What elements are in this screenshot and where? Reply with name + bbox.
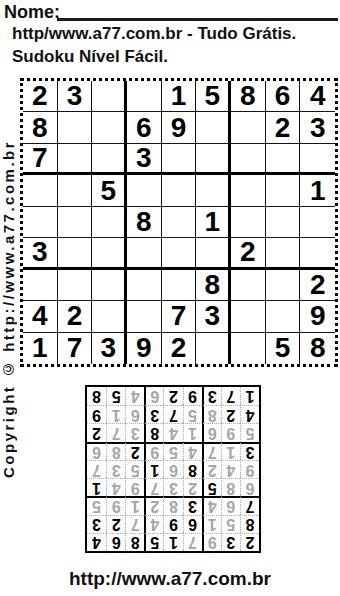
- cell-r3c6[interactable]: [196, 144, 231, 175]
- cell-r1c3[interactable]: [92, 81, 127, 112]
- solution-cell-r9c4: 9: [183, 387, 202, 405]
- solution-cell-r1c5: 1: [163, 533, 182, 551]
- cell-r2c6[interactable]: [196, 112, 231, 143]
- solution-cell-r8c7: 6: [125, 405, 144, 423]
- solution-cell-r3c9: 5: [87, 496, 106, 514]
- solution-cell-r4c6: 7: [144, 478, 163, 496]
- solution-cell-r1c2: 3: [221, 533, 240, 551]
- cell-r4c3: 5: [92, 175, 127, 206]
- cell-r4c8[interactable]: [266, 175, 301, 206]
- solution-cell-r9c8: 5: [106, 387, 125, 405]
- solution-cell-r1c7: 8: [125, 533, 144, 551]
- solution-cell-r5c2: 4: [221, 460, 240, 478]
- solution-cell-r5c9: 7: [87, 460, 106, 478]
- solution-cell-r7c2: 9: [221, 423, 240, 441]
- cell-r5c1[interactable]: [23, 207, 58, 238]
- solution-cell-r8c3: 8: [202, 405, 221, 423]
- solution-cell-r2c5: 9: [163, 515, 182, 533]
- solution-cell-r2c8: 2: [106, 515, 125, 533]
- cell-r5c3[interactable]: [92, 207, 127, 238]
- cell-r9c9: 8: [300, 333, 335, 364]
- solution-cell-r2c2: 5: [221, 515, 240, 533]
- footer-url: http://www.a77.com.br: [0, 568, 340, 590]
- solution-cell-r4c7: 9: [125, 478, 144, 496]
- cell-r4c6[interactable]: [196, 175, 231, 206]
- cell-r1c5: 1: [162, 81, 197, 112]
- solution-cell-r2c3: 1: [202, 515, 221, 533]
- cell-r2c9: 3: [300, 112, 335, 143]
- solution-cell-r1c6: 5: [144, 533, 163, 551]
- cell-r7c2[interactable]: [58, 270, 93, 301]
- cell-r7c1[interactable]: [23, 270, 58, 301]
- cell-r9c4: 9: [127, 333, 162, 364]
- solution-cell-r8c8: 1: [106, 405, 125, 423]
- solution-cell-r7c1: 5: [240, 423, 259, 441]
- solution-cell-r7c6: 8: [144, 423, 163, 441]
- cell-r5c2[interactable]: [58, 207, 93, 238]
- solution-cell-r2c6: 4: [144, 515, 163, 533]
- solution-cell-r5c6: 1: [144, 460, 163, 478]
- solution-cell-r8c2: 2: [221, 405, 240, 423]
- solution-cell-r6c7: 2: [125, 442, 144, 460]
- cell-r2c4: 6: [127, 112, 162, 143]
- cell-r7c7[interactable]: [231, 270, 266, 301]
- solution-cell-r3c3: 4: [202, 496, 221, 514]
- cell-r2c1: 8: [23, 112, 58, 143]
- solution-cell-r6c5: 5: [163, 442, 182, 460]
- site-title: http/www.a77.com.br - Tudo Grátis.: [12, 24, 296, 44]
- solution-cell-r6c9: 6: [87, 442, 106, 460]
- sudoku-solution-board-upside-down: 2397158648516947237643821956852379419428…: [85, 385, 261, 553]
- cell-r8c2: 2: [58, 301, 93, 332]
- solution-cell-r3c6: 2: [144, 496, 163, 514]
- cell-r9c8: 5: [266, 333, 301, 364]
- cell-r1c8: 6: [266, 81, 301, 112]
- solution-cell-r7c3: 6: [202, 423, 221, 441]
- solution-cell-r9c9: 8: [87, 387, 106, 405]
- cell-r8c7[interactable]: [231, 301, 266, 332]
- cell-r7c8[interactable]: [266, 270, 301, 301]
- cell-r9c3: 3: [92, 333, 127, 364]
- cell-r5c5[interactable]: [162, 207, 197, 238]
- solution-cell-r3c1: 7: [240, 496, 259, 514]
- solution-cell-r5c7: 5: [125, 460, 144, 478]
- cell-r5c6: 1: [196, 207, 231, 238]
- solution-cell-r6c2: 1: [221, 442, 240, 460]
- cell-r5c8[interactable]: [266, 207, 301, 238]
- solution-cell-r4c9: 1: [87, 478, 106, 496]
- cell-r8c3[interactable]: [92, 301, 127, 332]
- solution-cell-r2c9: 3: [87, 515, 106, 533]
- solution-cell-r1c8: 6: [106, 533, 125, 551]
- cell-r4c9: 1: [300, 175, 335, 206]
- cell-r2c7[interactable]: [231, 112, 266, 143]
- cell-r2c8: 2: [266, 112, 301, 143]
- solution-cell-r9c3: 3: [202, 387, 221, 405]
- cell-r4c4[interactable]: [127, 175, 162, 206]
- solution-cell-r4c5: 3: [163, 478, 182, 496]
- cell-r3c1: 7: [23, 144, 58, 175]
- cell-r7c4[interactable]: [127, 270, 162, 301]
- cell-r7c3[interactable]: [92, 270, 127, 301]
- solution-cell-r4c2: 8: [221, 478, 240, 496]
- solution-cell-r9c6: 6: [144, 387, 163, 405]
- solution-cell-r5c5: 6: [163, 460, 182, 478]
- solution-cell-r9c7: 4: [125, 387, 144, 405]
- cell-r6c8[interactable]: [266, 238, 301, 269]
- cell-r6c2[interactable]: [58, 238, 93, 269]
- solution-cell-r9c1: 1: [240, 387, 259, 405]
- solution-cell-r7c4: 1: [183, 423, 202, 441]
- solution-cell-r2c4: 6: [183, 515, 202, 533]
- solution-cell-r3c7: 1: [125, 496, 144, 514]
- solution-cell-r5c3: 2: [202, 460, 221, 478]
- solution-cell-r5c4: 8: [183, 460, 202, 478]
- cell-r3c5[interactable]: [162, 144, 197, 175]
- cell-r6c7: 2: [231, 238, 266, 269]
- cell-r5c4: 8: [127, 207, 162, 238]
- cell-r6c3[interactable]: [92, 238, 127, 269]
- cell-r6c5[interactable]: [162, 238, 197, 269]
- cell-r6c9[interactable]: [300, 238, 335, 269]
- cell-r9c1: 1: [23, 333, 58, 364]
- cell-r9c6[interactable]: [196, 333, 231, 364]
- name-underline-blank: [57, 18, 338, 21]
- solution-cell-r6c4: 4: [183, 442, 202, 460]
- cell-r5c9[interactable]: [300, 207, 335, 238]
- puzzle-difficulty-title: Sudoku Nível Fácil.: [12, 47, 168, 67]
- solution-cell-r9c2: 7: [221, 387, 240, 405]
- cell-r6c4[interactable]: [127, 238, 162, 269]
- solution-cell-r1c4: 7: [183, 533, 202, 551]
- cell-r1c1: 2: [23, 81, 58, 112]
- solution-cell-r5c1: 9: [240, 460, 259, 478]
- printable-sudoku-page: { "game": "sudoku", "position": { "puzzl…: [0, 0, 340, 596]
- cell-r9c2: 7: [58, 333, 93, 364]
- solution-cell-r3c5: 8: [163, 496, 182, 514]
- solution-cell-r3c8: 9: [106, 496, 125, 514]
- cell-r3c8[interactable]: [266, 144, 301, 175]
- cell-r7c9: 2: [300, 270, 335, 301]
- cell-r3c9[interactable]: [300, 144, 335, 175]
- solution-cell-r7c9: 2: [87, 423, 106, 441]
- cell-r2c5: 9: [162, 112, 197, 143]
- cell-r9c5: 2: [162, 333, 197, 364]
- cell-r2c3[interactable]: [92, 112, 127, 143]
- solution-cell-r2c1: 8: [240, 515, 259, 533]
- solution-cell-r4c1: 6: [240, 478, 259, 496]
- solution-cell-r7c5: 4: [163, 423, 182, 441]
- solution-cell-r8c1: 4: [240, 405, 259, 423]
- cell-r2c2[interactable]: [58, 112, 93, 143]
- name-label: Nome:: [4, 2, 60, 23]
- cell-r4c5[interactable]: [162, 175, 197, 206]
- cell-r3c3[interactable]: [92, 144, 127, 175]
- solution-cell-r9c5: 2: [163, 387, 182, 405]
- cell-r1c9: 4: [300, 81, 335, 112]
- solution-cell-r7c8: 7: [106, 423, 125, 441]
- solution-cell-r3c4: 3: [183, 496, 202, 514]
- cell-r6c1: 3: [23, 238, 58, 269]
- cell-r7c5[interactable]: [162, 270, 197, 301]
- cell-r1c7: 8: [231, 81, 266, 112]
- solution-cell-r1c9: 4: [87, 533, 106, 551]
- cell-r4c2[interactable]: [58, 175, 93, 206]
- solution-cell-r1c3: 9: [202, 533, 221, 551]
- solution-cell-r2c7: 7: [125, 515, 144, 533]
- cell-r5c7[interactable]: [231, 207, 266, 238]
- cell-r4c7[interactable]: [231, 175, 266, 206]
- cell-r1c6: 5: [196, 81, 231, 112]
- solution-cell-r8c6: 3: [144, 405, 163, 423]
- cell-r4c1[interactable]: [23, 175, 58, 206]
- cell-r8c8[interactable]: [266, 301, 301, 332]
- solution-cell-r8c4: 5: [183, 405, 202, 423]
- solution-cell-r7c7: 3: [125, 423, 144, 441]
- cell-r7c6: 8: [196, 270, 231, 301]
- solution-cell-r3c2: 6: [221, 496, 240, 514]
- solution-cell-r4c8: 4: [106, 478, 125, 496]
- cell-r8c9: 9: [300, 301, 335, 332]
- cell-r1c2: 3: [58, 81, 93, 112]
- cell-r8c4[interactable]: [127, 301, 162, 332]
- solution-cell-r4c4: 2: [183, 478, 202, 496]
- solution-cell-r8c5: 7: [163, 405, 182, 423]
- cell-r8c1: 4: [23, 301, 58, 332]
- solution-cell-r6c6: 9: [144, 442, 163, 460]
- copyright-vertical-text: Copyright © http://www.a77.com.br: [0, 86, 17, 478]
- solution-cell-r6c8: 8: [106, 442, 125, 460]
- solution-cell-r4c3: 5: [202, 478, 221, 496]
- sudoku-board: 2315864869237351813282427391739258: [20, 78, 338, 367]
- solution-cell-r6c1: 3: [240, 442, 259, 460]
- cell-r3c4: 3: [127, 144, 162, 175]
- solution-cell-r1c1: 2: [240, 533, 259, 551]
- cell-r8c6: 3: [196, 301, 231, 332]
- cell-r1c4[interactable]: [127, 81, 162, 112]
- cell-r3c2[interactable]: [58, 144, 93, 175]
- cell-r3c7[interactable]: [231, 144, 266, 175]
- solution-cell-r8c9: 9: [87, 405, 106, 423]
- cell-r9c7[interactable]: [231, 333, 266, 364]
- solution-cell-r6c3: 7: [202, 442, 221, 460]
- cell-r8c5: 7: [162, 301, 197, 332]
- cell-r6c6[interactable]: [196, 238, 231, 269]
- solution-cell-r5c8: 3: [106, 460, 125, 478]
